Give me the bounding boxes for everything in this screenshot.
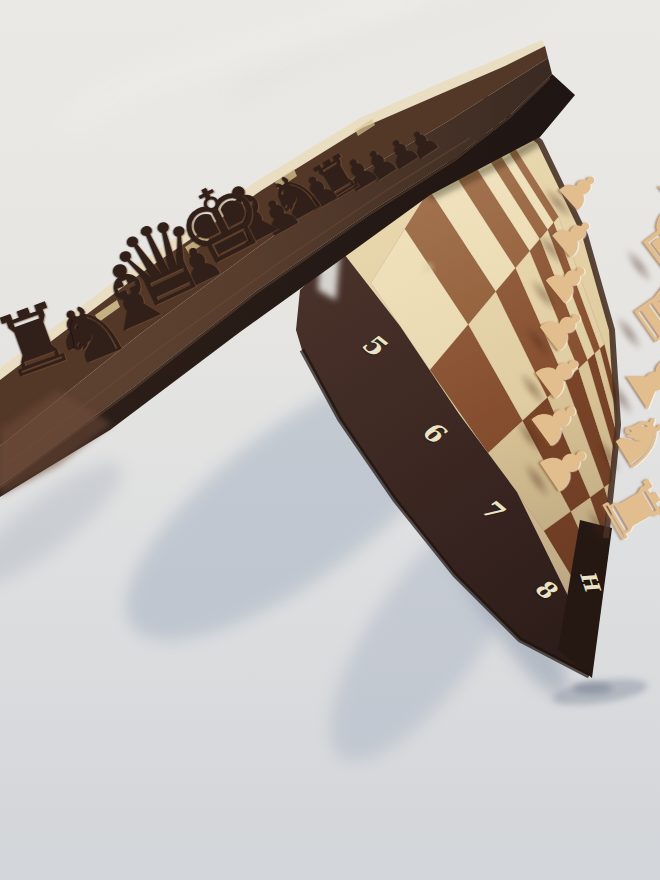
corner-contact-core xyxy=(572,682,612,694)
photo-scene: 5 6 7 8 H ♜♟♞♝♛♟♚♝♟♞♟♜♟♟♟♟♟♟♟♟♟♟♟♟♜♞♝♛♚♝… xyxy=(0,0,660,880)
hinge-glint xyxy=(424,264,432,272)
scene-svg xyxy=(0,0,660,880)
